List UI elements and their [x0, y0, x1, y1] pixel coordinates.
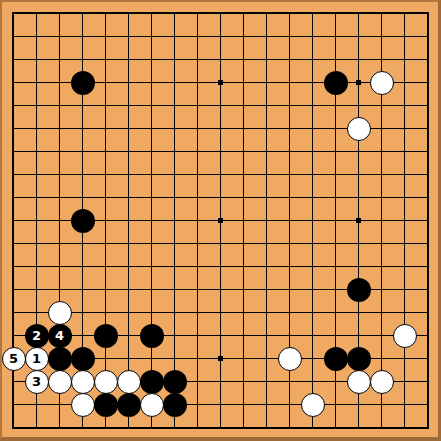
intersection-q6	[347, 301, 370, 324]
intersection-c6	[48, 301, 71, 324]
intersection-q10	[347, 209, 370, 232]
intersection-h14	[163, 117, 186, 140]
intersection-n13	[278, 140, 301, 163]
intersection-n11	[278, 186, 301, 209]
move-number-label: 4	[55, 329, 64, 342]
intersection-n17	[278, 48, 301, 71]
intersection-p1	[324, 416, 347, 439]
intersection-b2	[25, 393, 48, 416]
intersection-b6	[25, 301, 48, 324]
intersection-q2	[347, 393, 370, 416]
hoshi-star-point	[218, 356, 223, 361]
intersection-n14	[278, 117, 301, 140]
intersection-d18	[71, 25, 94, 48]
intersection-c13	[48, 140, 71, 163]
intersection-a8	[2, 255, 25, 278]
white-stone	[347, 117, 371, 141]
intersection-e11	[94, 186, 117, 209]
intersection-o7	[301, 278, 324, 301]
intersection-p16	[324, 71, 347, 94]
intersection-m8	[255, 255, 278, 278]
intersection-c17	[48, 48, 71, 71]
intersection-p14	[324, 117, 347, 140]
intersection-o11	[301, 186, 324, 209]
intersection-r2	[370, 393, 393, 416]
intersection-n18	[278, 25, 301, 48]
intersection-r12	[370, 163, 393, 186]
intersection-f17	[117, 48, 140, 71]
intersection-o4	[301, 347, 324, 370]
move-number-label: 2	[32, 329, 41, 342]
intersection-r16	[370, 71, 393, 94]
intersection-m18	[255, 25, 278, 48]
intersection-g13	[140, 140, 163, 163]
intersection-l19	[232, 2, 255, 25]
intersection-k10	[209, 209, 232, 232]
intersection-l10	[232, 209, 255, 232]
intersection-m4	[255, 347, 278, 370]
intersection-t8	[416, 255, 439, 278]
intersection-p12	[324, 163, 347, 186]
intersection-d12	[71, 163, 94, 186]
intersection-b4: 1	[25, 347, 48, 370]
intersection-a5	[2, 324, 25, 347]
intersection-g1	[140, 416, 163, 439]
intersection-h7	[163, 278, 186, 301]
black-stone: 4	[48, 324, 72, 348]
intersection-j11	[186, 186, 209, 209]
intersection-b9	[25, 232, 48, 255]
intersection-c14	[48, 117, 71, 140]
intersection-m10	[255, 209, 278, 232]
intersection-e5	[94, 324, 117, 347]
intersection-a15	[2, 94, 25, 117]
intersection-f19	[117, 2, 140, 25]
white-stone	[117, 370, 141, 394]
intersection-d19	[71, 2, 94, 25]
intersection-t9	[416, 232, 439, 255]
intersection-t12	[416, 163, 439, 186]
intersection-p4	[324, 347, 347, 370]
intersection-h8	[163, 255, 186, 278]
intersection-l2	[232, 393, 255, 416]
intersection-p9	[324, 232, 347, 255]
intersection-t1	[416, 416, 439, 439]
intersection-l4	[232, 347, 255, 370]
intersection-g3	[140, 370, 163, 393]
intersection-j1	[186, 416, 209, 439]
intersection-a12	[2, 163, 25, 186]
intersection-r13	[370, 140, 393, 163]
intersection-c9	[48, 232, 71, 255]
intersection-g2	[140, 393, 163, 416]
intersection-g17	[140, 48, 163, 71]
intersection-d11	[71, 186, 94, 209]
intersection-t16	[416, 71, 439, 94]
white-stone	[71, 393, 95, 417]
intersection-h10	[163, 209, 186, 232]
move-number-label: 1	[32, 352, 41, 365]
intersection-k8	[209, 255, 232, 278]
intersection-l16	[232, 71, 255, 94]
intersection-o6	[301, 301, 324, 324]
intersection-n1	[278, 416, 301, 439]
intersection-h5	[163, 324, 186, 347]
intersection-k5	[209, 324, 232, 347]
intersection-m1	[255, 416, 278, 439]
intersection-n12	[278, 163, 301, 186]
white-stone: 1	[25, 347, 49, 371]
black-stone	[347, 278, 371, 302]
black-stone	[94, 324, 118, 348]
go-board: 24513	[0, 0, 441, 441]
intersection-j2	[186, 393, 209, 416]
intersection-l12	[232, 163, 255, 186]
black-stone	[163, 370, 187, 394]
intersection-o10	[301, 209, 324, 232]
intersection-o3	[301, 370, 324, 393]
intersection-a18	[2, 25, 25, 48]
intersection-h4	[163, 347, 186, 370]
intersection-p5	[324, 324, 347, 347]
white-stone	[48, 370, 72, 394]
intersection-h1	[163, 416, 186, 439]
intersection-e3	[94, 370, 117, 393]
intersection-q1	[347, 416, 370, 439]
intersection-s13	[393, 140, 416, 163]
intersection-t17	[416, 48, 439, 71]
black-stone	[347, 347, 371, 371]
intersection-q5	[347, 324, 370, 347]
intersection-e1	[94, 416, 117, 439]
intersection-p18	[324, 25, 347, 48]
intersection-b1	[25, 416, 48, 439]
intersection-m5	[255, 324, 278, 347]
intersection-t10	[416, 209, 439, 232]
board-grid: 24513	[2, 2, 439, 439]
intersection-b14	[25, 117, 48, 140]
intersection-c16	[48, 71, 71, 94]
intersection-c4	[48, 347, 71, 370]
intersection-q3	[347, 370, 370, 393]
intersection-d16	[71, 71, 94, 94]
intersection-q17	[347, 48, 370, 71]
intersection-s11	[393, 186, 416, 209]
intersection-q16	[347, 71, 370, 94]
intersection-h12	[163, 163, 186, 186]
intersection-a14	[2, 117, 25, 140]
intersection-q9	[347, 232, 370, 255]
intersection-m2	[255, 393, 278, 416]
intersection-s1	[393, 416, 416, 439]
intersection-t7	[416, 278, 439, 301]
intersection-l11	[232, 186, 255, 209]
white-stone	[370, 370, 394, 394]
intersection-q18	[347, 25, 370, 48]
black-stone	[117, 393, 141, 417]
intersection-j19	[186, 2, 209, 25]
intersection-s3	[393, 370, 416, 393]
intersection-f6	[117, 301, 140, 324]
intersection-s5	[393, 324, 416, 347]
white-stone	[301, 393, 325, 417]
intersection-r17	[370, 48, 393, 71]
intersection-b10	[25, 209, 48, 232]
intersection-f16	[117, 71, 140, 94]
intersection-d8	[71, 255, 94, 278]
intersection-e14	[94, 117, 117, 140]
intersection-j14	[186, 117, 209, 140]
black-stone	[48, 347, 72, 371]
intersection-o15	[301, 94, 324, 117]
intersection-a10	[2, 209, 25, 232]
intersection-s17	[393, 48, 416, 71]
intersection-c7	[48, 278, 71, 301]
white-stone	[71, 370, 95, 394]
intersection-g7	[140, 278, 163, 301]
intersection-k19	[209, 2, 232, 25]
intersection-c18	[48, 25, 71, 48]
intersection-b8	[25, 255, 48, 278]
intersection-l13	[232, 140, 255, 163]
intersection-f12	[117, 163, 140, 186]
intersection-g12	[140, 163, 163, 186]
intersection-f18	[117, 25, 140, 48]
intersection-f13	[117, 140, 140, 163]
intersection-k12	[209, 163, 232, 186]
intersection-p3	[324, 370, 347, 393]
intersection-g4	[140, 347, 163, 370]
intersection-e17	[94, 48, 117, 71]
intersection-s8	[393, 255, 416, 278]
intersection-j4	[186, 347, 209, 370]
move-number-label: 3	[32, 375, 41, 388]
intersection-l6	[232, 301, 255, 324]
move-number-label: 5	[9, 352, 18, 365]
intersection-j9	[186, 232, 209, 255]
intersection-a6	[2, 301, 25, 324]
intersection-t3	[416, 370, 439, 393]
intersection-r11	[370, 186, 393, 209]
intersection-s19	[393, 2, 416, 25]
intersection-k11	[209, 186, 232, 209]
intersection-r7	[370, 278, 393, 301]
intersection-t15	[416, 94, 439, 117]
intersection-s18	[393, 25, 416, 48]
intersection-f9	[117, 232, 140, 255]
intersection-h16	[163, 71, 186, 94]
white-stone	[393, 324, 417, 348]
intersection-e13	[94, 140, 117, 163]
intersection-d15	[71, 94, 94, 117]
intersection-m17	[255, 48, 278, 71]
black-stone	[140, 324, 164, 348]
intersection-h15	[163, 94, 186, 117]
intersection-m16	[255, 71, 278, 94]
intersection-s15	[393, 94, 416, 117]
intersection-h13	[163, 140, 186, 163]
intersection-d5	[71, 324, 94, 347]
intersection-f7	[117, 278, 140, 301]
intersection-j16	[186, 71, 209, 94]
intersection-m11	[255, 186, 278, 209]
intersection-q15	[347, 94, 370, 117]
intersection-g14	[140, 117, 163, 140]
intersection-d1	[71, 416, 94, 439]
black-stone	[71, 209, 95, 233]
intersection-t4	[416, 347, 439, 370]
intersection-m12	[255, 163, 278, 186]
intersection-l7	[232, 278, 255, 301]
intersection-s10	[393, 209, 416, 232]
intersection-h6	[163, 301, 186, 324]
intersection-p15	[324, 94, 347, 117]
intersection-l3	[232, 370, 255, 393]
intersection-s6	[393, 301, 416, 324]
intersection-m7	[255, 278, 278, 301]
intersection-r9	[370, 232, 393, 255]
intersection-n7	[278, 278, 301, 301]
intersection-e16	[94, 71, 117, 94]
intersection-g10	[140, 209, 163, 232]
intersection-a17	[2, 48, 25, 71]
intersection-q4	[347, 347, 370, 370]
intersection-c11	[48, 186, 71, 209]
black-stone	[324, 347, 348, 371]
intersection-c8	[48, 255, 71, 278]
intersection-q11	[347, 186, 370, 209]
intersection-t18	[416, 25, 439, 48]
intersection-e8	[94, 255, 117, 278]
intersection-l18	[232, 25, 255, 48]
intersection-d6	[71, 301, 94, 324]
intersection-s7	[393, 278, 416, 301]
intersection-l5	[232, 324, 255, 347]
intersection-k3	[209, 370, 232, 393]
intersection-q13	[347, 140, 370, 163]
intersection-h11	[163, 186, 186, 209]
white-stone	[347, 370, 371, 394]
intersection-b19	[25, 2, 48, 25]
intersection-f10	[117, 209, 140, 232]
intersection-a2	[2, 393, 25, 416]
intersection-b5: 2	[25, 324, 48, 347]
intersection-n5	[278, 324, 301, 347]
intersection-a3	[2, 370, 25, 393]
intersection-o14	[301, 117, 324, 140]
intersection-e2	[94, 393, 117, 416]
hoshi-star-point	[218, 218, 223, 223]
intersection-r15	[370, 94, 393, 117]
intersection-r5	[370, 324, 393, 347]
intersection-g9	[140, 232, 163, 255]
intersection-j17	[186, 48, 209, 71]
intersection-b12	[25, 163, 48, 186]
intersection-s2	[393, 393, 416, 416]
intersection-e19	[94, 2, 117, 25]
intersection-r8	[370, 255, 393, 278]
intersection-s4	[393, 347, 416, 370]
intersection-r4	[370, 347, 393, 370]
intersection-b11	[25, 186, 48, 209]
intersection-c5: 4	[48, 324, 71, 347]
intersection-k9	[209, 232, 232, 255]
intersection-r6	[370, 301, 393, 324]
intersection-j12	[186, 163, 209, 186]
intersection-f14	[117, 117, 140, 140]
intersection-b7	[25, 278, 48, 301]
intersection-b15	[25, 94, 48, 117]
intersection-a11	[2, 186, 25, 209]
intersection-k16	[209, 71, 232, 94]
intersection-g11	[140, 186, 163, 209]
intersection-h3	[163, 370, 186, 393]
intersection-l1	[232, 416, 255, 439]
intersection-c2	[48, 393, 71, 416]
intersection-e12	[94, 163, 117, 186]
intersection-t14	[416, 117, 439, 140]
intersection-o12	[301, 163, 324, 186]
intersection-c10	[48, 209, 71, 232]
intersection-o18	[301, 25, 324, 48]
intersection-d4	[71, 347, 94, 370]
intersection-c19	[48, 2, 71, 25]
intersection-o9	[301, 232, 324, 255]
white-stone	[140, 393, 164, 417]
black-stone	[163, 393, 187, 417]
intersection-h18	[163, 25, 186, 48]
intersection-a7	[2, 278, 25, 301]
intersection-p10	[324, 209, 347, 232]
intersection-k13	[209, 140, 232, 163]
intersection-e4	[94, 347, 117, 370]
intersection-k14	[209, 117, 232, 140]
intersection-e6	[94, 301, 117, 324]
intersection-q19	[347, 2, 370, 25]
intersection-b3: 3	[25, 370, 48, 393]
intersection-d17	[71, 48, 94, 71]
white-stone	[370, 71, 394, 95]
intersection-h17	[163, 48, 186, 71]
hoshi-star-point	[218, 80, 223, 85]
intersection-m6	[255, 301, 278, 324]
intersection-p17	[324, 48, 347, 71]
intersection-k17	[209, 48, 232, 71]
intersection-f4	[117, 347, 140, 370]
intersection-p13	[324, 140, 347, 163]
intersection-g19	[140, 2, 163, 25]
intersection-s12	[393, 163, 416, 186]
intersection-g8	[140, 255, 163, 278]
intersection-e15	[94, 94, 117, 117]
intersection-m3	[255, 370, 278, 393]
intersection-n16	[278, 71, 301, 94]
intersection-c1	[48, 416, 71, 439]
intersection-d10	[71, 209, 94, 232]
intersection-o8	[301, 255, 324, 278]
intersection-e18	[94, 25, 117, 48]
intersection-o1	[301, 416, 324, 439]
intersection-t11	[416, 186, 439, 209]
intersection-j8	[186, 255, 209, 278]
intersection-l14	[232, 117, 255, 140]
intersection-k2	[209, 393, 232, 416]
intersection-c12	[48, 163, 71, 186]
intersection-j10	[186, 209, 209, 232]
intersection-k1	[209, 416, 232, 439]
intersection-a4: 5	[2, 347, 25, 370]
intersection-e9	[94, 232, 117, 255]
